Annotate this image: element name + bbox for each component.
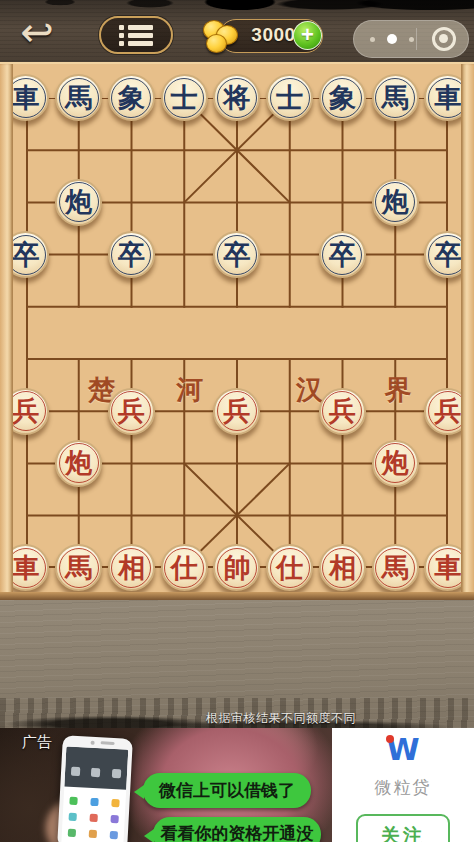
ad-banner[interactable]: 微信上可以借钱了 看看你的资格开通没 广告 W 微粒贷 关注: [0, 728, 474, 842]
logo-red-dot: [386, 735, 394, 743]
piece-black-r0c4[interactable]: 将: [213, 74, 260, 121]
piece-black-r3c6[interactable]: 卒: [319, 231, 366, 278]
capsule-divider: [416, 28, 417, 50]
back-arrow-icon[interactable]: ↩: [14, 10, 60, 54]
piece-red-r9c6[interactable]: 相: [319, 544, 366, 591]
ad-chat-bubble-2[interactable]: 看看你的资格开通没: [153, 817, 321, 842]
piece-red-r7c1[interactable]: 炮: [55, 440, 102, 487]
pieces-grid: 車馬象士将士象馬車炮炮卒卒卒卒卒兵兵兵兵兵炮炮車馬相仕帥仕相馬車: [0, 72, 474, 594]
more-options-icon[interactable]: [370, 21, 414, 57]
board-frame-left: [0, 64, 13, 600]
piece-black-r0c2[interactable]: 象: [108, 74, 155, 121]
ad-brand-panel[interactable]: W 微粒贷 关注: [332, 728, 474, 842]
list-menu-icon: [119, 22, 153, 49]
piece-black-r0c3[interactable]: 士: [161, 74, 208, 121]
piece-black-r3c4[interactable]: 卒: [213, 231, 260, 278]
piece-red-r9c1[interactable]: 馬: [55, 544, 102, 591]
player-bar: 步时: 50 局时: 10:30 步时: 50 局时: 10:30 大师-11: [0, 600, 474, 728]
board-frame-bottom: [0, 592, 474, 600]
piece-red-r6c2[interactable]: 兵: [108, 388, 155, 435]
xiangqi-app: { "game": "Xiangqi (Chinese Chess)", "po…: [0, 0, 474, 842]
piece-black-r2c1[interactable]: 炮: [55, 179, 102, 226]
ad-disclaimer: 根据审核结果不同额度不同: [206, 710, 356, 727]
board-frame-right: [461, 64, 474, 600]
piece-red-r9c4[interactable]: 帥: [213, 544, 260, 591]
menu-button[interactable]: [99, 16, 173, 54]
piece-red-r6c6[interactable]: 兵: [319, 388, 366, 435]
piece-red-r6c4[interactable]: 兵: [213, 388, 260, 435]
coins-pill[interactable]: 30000 +: [219, 19, 323, 53]
piece-red-r9c2[interactable]: 相: [108, 544, 155, 591]
piece-red-r9c7[interactable]: 馬: [372, 544, 419, 591]
follow-button[interactable]: 关注: [356, 814, 450, 842]
ad-chat-bubble-1[interactable]: 微信上可以借钱了: [143, 773, 311, 808]
gold-coins-icon: [201, 17, 241, 55]
close-circle-icon[interactable]: [432, 27, 456, 51]
piece-red-r9c3[interactable]: 仕: [161, 544, 208, 591]
piece-black-r0c5[interactable]: 士: [266, 74, 313, 121]
piece-black-r0c1[interactable]: 馬: [55, 74, 102, 121]
top-bar: ↩ 30000 +: [0, 0, 474, 62]
add-coins-button[interactable]: +: [293, 21, 322, 50]
piece-red-r9c5[interactable]: 仕: [266, 544, 313, 591]
phone-screen: [61, 746, 128, 842]
piece-black-r3c2[interactable]: 卒: [108, 231, 155, 278]
phone-image: [57, 735, 133, 842]
ad-tag-label: 广告: [22, 733, 52, 752]
brand-name: 微粒贷: [332, 776, 474, 799]
xiangqi-board[interactable]: 楚 河 汉 界 車馬象士将士象馬車炮炮卒卒卒卒卒兵兵兵兵兵炮炮車馬相仕帥仕相馬車: [0, 62, 474, 600]
piece-black-r0c7[interactable]: 馬: [372, 74, 419, 121]
piece-black-r2c7[interactable]: 炮: [372, 179, 419, 226]
piece-black-r0c6[interactable]: 象: [319, 74, 366, 121]
welidai-logo-icon: W: [332, 734, 474, 766]
miniprogram-capsule: [353, 20, 469, 58]
piece-red-r7c7[interactable]: 炮: [372, 440, 419, 487]
